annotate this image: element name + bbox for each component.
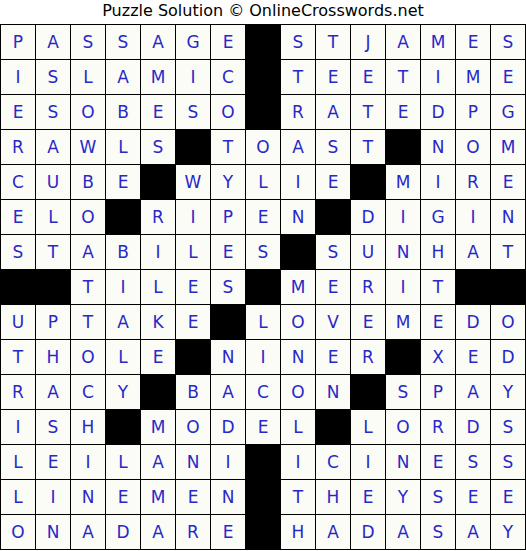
- grid-cell: P: [1, 25, 35, 59]
- grid-cell: S: [36, 95, 70, 129]
- grid-cell: O: [386, 410, 420, 444]
- grid-cell: E: [351, 480, 385, 514]
- grid-cell: I: [1, 410, 35, 444]
- grid-cell: L: [141, 270, 175, 304]
- grid-cell: E: [106, 480, 140, 514]
- grid-cell: A: [106, 60, 140, 94]
- grid-cell: E: [246, 410, 280, 444]
- grid-cell: X: [421, 340, 455, 374]
- black-cell: [316, 200, 350, 234]
- grid-cell: E: [211, 515, 245, 549]
- grid-cell: T: [36, 235, 70, 269]
- black-cell: [491, 270, 525, 304]
- crossword-grid: PASSAGESTJAMESISLAMICTEETIMEESOBESORATED…: [0, 24, 526, 550]
- grid-cell: N: [211, 340, 245, 374]
- grid-cell: S: [491, 410, 525, 444]
- grid-cell: A: [36, 375, 70, 409]
- grid-cell: N: [386, 445, 420, 479]
- grid-cell: N: [316, 375, 350, 409]
- black-cell: [281, 235, 315, 269]
- grid-cell: E: [176, 480, 210, 514]
- grid-cell: D: [491, 340, 525, 374]
- grid-cell: E: [316, 60, 350, 94]
- grid-cell: N: [281, 340, 315, 374]
- grid-cell: L: [246, 165, 280, 199]
- grid-cell: I: [1, 60, 35, 94]
- grid-cell: A: [141, 515, 175, 549]
- grid-cell: S: [36, 60, 70, 94]
- grid-cell: O: [71, 340, 105, 374]
- grid-cell: S: [421, 515, 455, 549]
- grid-cell: N: [211, 480, 245, 514]
- grid-cell: I: [176, 60, 210, 94]
- grid-cell: I: [351, 445, 385, 479]
- grid-cell: G: [176, 25, 210, 59]
- grid-cell: D: [421, 95, 455, 129]
- grid-cell: N: [491, 200, 525, 234]
- grid-cell: R: [456, 165, 490, 199]
- black-cell: [246, 60, 280, 94]
- page-title: Puzzle Solution © OnlineCrosswords.net: [0, 0, 526, 24]
- grid-cell: A: [36, 130, 70, 164]
- grid-cell: B: [176, 375, 210, 409]
- grid-cell: U: [36, 165, 70, 199]
- grid-cell: R: [281, 95, 315, 129]
- grid-cell: P: [456, 95, 490, 129]
- grid-cell: A: [386, 515, 420, 549]
- grid-cell: E: [1, 95, 35, 129]
- grid-cell: M: [421, 25, 455, 59]
- grid-cell: E: [491, 165, 525, 199]
- grid-cell: C: [71, 375, 105, 409]
- black-cell: [386, 340, 420, 374]
- black-cell: [246, 95, 280, 129]
- grid-cell: S: [246, 235, 280, 269]
- black-cell: [456, 270, 490, 304]
- grid-cell: S: [281, 25, 315, 59]
- grid-cell: T: [1, 340, 35, 374]
- grid-cell: T: [351, 130, 385, 164]
- grid-cell: R: [421, 410, 455, 444]
- grid-cell: M: [281, 270, 315, 304]
- grid-cell: H: [36, 340, 70, 374]
- black-cell: [246, 270, 280, 304]
- black-cell: [246, 445, 280, 479]
- grid-cell: E: [176, 305, 210, 339]
- grid-cell: E: [176, 270, 210, 304]
- black-cell: [36, 270, 70, 304]
- grid-cell: B: [71, 165, 105, 199]
- grid-cell: C: [246, 375, 280, 409]
- grid-cell: E: [36, 445, 70, 479]
- grid-cell: S: [456, 445, 490, 479]
- grid-cell: H: [421, 235, 455, 269]
- grid-cell: A: [211, 375, 245, 409]
- black-cell: [176, 340, 210, 374]
- grid-cell: D: [211, 410, 245, 444]
- grid-cell: A: [106, 305, 140, 339]
- grid-cell: V: [316, 305, 350, 339]
- grid-cell: E: [316, 340, 350, 374]
- grid-cell: E: [491, 60, 525, 94]
- grid-cell: C: [211, 60, 245, 94]
- grid-cell: O: [281, 305, 315, 339]
- grid-cell: E: [211, 25, 245, 59]
- grid-cell: W: [71, 130, 105, 164]
- grid-cell: L: [1, 480, 35, 514]
- grid-cell: L: [1, 445, 35, 479]
- grid-cell: M: [386, 305, 420, 339]
- grid-cell: T: [71, 305, 105, 339]
- grid-cell: P: [211, 200, 245, 234]
- grid-cell: T: [281, 60, 315, 94]
- black-cell: [141, 375, 175, 409]
- grid-cell: N: [386, 235, 420, 269]
- grid-cell: B: [106, 235, 140, 269]
- grid-cell: E: [456, 25, 490, 59]
- grid-cell: B: [106, 95, 140, 129]
- grid-cell: D: [106, 515, 140, 549]
- black-cell: [106, 410, 140, 444]
- black-cell: [246, 480, 280, 514]
- grid-cell: L: [351, 410, 385, 444]
- grid-cell: H: [316, 480, 350, 514]
- black-cell: [246, 25, 280, 59]
- black-cell: [246, 515, 280, 549]
- grid-cell: M: [456, 60, 490, 94]
- grid-cell: S: [421, 480, 455, 514]
- grid-cell: L: [246, 305, 280, 339]
- grid-cell: L: [281, 410, 315, 444]
- grid-cell: A: [71, 515, 105, 549]
- grid-cell: Y: [491, 375, 525, 409]
- grid-cell: I: [281, 165, 315, 199]
- grid-cell: N: [281, 200, 315, 234]
- black-cell: [1, 270, 35, 304]
- grid-cell: M: [491, 130, 525, 164]
- grid-cell: D: [456, 305, 490, 339]
- grid-cell: K: [141, 305, 175, 339]
- grid-cell: L: [106, 340, 140, 374]
- grid-cell: Y: [386, 480, 420, 514]
- grid-cell: S: [211, 270, 245, 304]
- black-cell: [316, 410, 350, 444]
- grid-cell: J: [351, 25, 385, 59]
- black-cell: [386, 130, 420, 164]
- grid-cell: I: [386, 270, 420, 304]
- grid-cell: L: [176, 235, 210, 269]
- grid-cell: G: [491, 95, 525, 129]
- grid-cell: S: [141, 130, 175, 164]
- grid-cell: C: [1, 165, 35, 199]
- grid-cell: O: [491, 305, 525, 339]
- grid-cell: A: [316, 515, 350, 549]
- grid-cell: A: [456, 235, 490, 269]
- grid-cell: A: [71, 235, 105, 269]
- grid-cell: L: [106, 130, 140, 164]
- grid-cell: E: [211, 235, 245, 269]
- grid-cell: A: [456, 515, 490, 549]
- grid-cell: E: [491, 480, 525, 514]
- grid-cell: T: [281, 480, 315, 514]
- grid-cell: U: [351, 235, 385, 269]
- grid-cell: I: [421, 165, 455, 199]
- grid-cell: T: [351, 95, 385, 129]
- grid-cell: L: [71, 60, 105, 94]
- grid-cell: E: [351, 60, 385, 94]
- black-cell: [351, 165, 385, 199]
- grid-cell: S: [36, 410, 70, 444]
- black-cell: [106, 200, 140, 234]
- grid-cell: N: [71, 480, 105, 514]
- grid-cell: E: [141, 340, 175, 374]
- grid-cell: I: [71, 445, 105, 479]
- black-cell: [351, 375, 385, 409]
- grid-cell: D: [351, 515, 385, 549]
- grid-cell: S: [491, 445, 525, 479]
- black-cell: [176, 130, 210, 164]
- grid-cell: O: [246, 130, 280, 164]
- grid-cell: E: [456, 340, 490, 374]
- grid-cell: D: [351, 200, 385, 234]
- grid-cell: O: [71, 95, 105, 129]
- grid-cell: I: [386, 200, 420, 234]
- grid-cell: S: [316, 130, 350, 164]
- grid-cell: A: [36, 25, 70, 59]
- grid-cell: I: [421, 60, 455, 94]
- grid-cell: O: [1, 515, 35, 549]
- grid-cell: M: [386, 165, 420, 199]
- grid-cell: R: [351, 270, 385, 304]
- grid-cell: A: [386, 25, 420, 59]
- grid-cell: O: [71, 200, 105, 234]
- grid-cell: S: [106, 25, 140, 59]
- grid-cell: I: [36, 480, 70, 514]
- grid-cell: L: [36, 200, 70, 234]
- grid-cell: T: [491, 235, 525, 269]
- grid-cell: S: [316, 235, 350, 269]
- grid-cell: U: [1, 305, 35, 339]
- grid-cell: E: [316, 270, 350, 304]
- grid-cell: E: [456, 480, 490, 514]
- grid-cell: S: [491, 25, 525, 59]
- grid-cell: W: [176, 165, 210, 199]
- grid-cell: T: [211, 130, 245, 164]
- grid-cell: S: [71, 25, 105, 59]
- grid-cell: T: [71, 270, 105, 304]
- grid-cell: D: [456, 410, 490, 444]
- grid-cell: N: [176, 445, 210, 479]
- grid-cell: M: [141, 60, 175, 94]
- grid-cell: S: [386, 375, 420, 409]
- grid-cell: A: [141, 25, 175, 59]
- grid-cell: G: [421, 200, 455, 234]
- grid-cell: P: [36, 305, 70, 339]
- grid-cell: O: [456, 130, 490, 164]
- grid-cell: E: [246, 200, 280, 234]
- grid-cell: C: [316, 445, 350, 479]
- grid-cell: T: [316, 25, 350, 59]
- grid-cell: S: [1, 235, 35, 269]
- grid-cell: I: [281, 445, 315, 479]
- grid-cell: R: [351, 340, 385, 374]
- grid-cell: E: [386, 95, 420, 129]
- grid-cell: Y: [491, 515, 525, 549]
- grid-cell: T: [421, 270, 455, 304]
- grid-cell: O: [211, 95, 245, 129]
- grid-cell: L: [106, 445, 140, 479]
- grid-cell: R: [1, 130, 35, 164]
- grid-cell: E: [1, 200, 35, 234]
- grid-cell: T: [386, 60, 420, 94]
- grid-cell: I: [106, 270, 140, 304]
- grid-cell: O: [176, 410, 210, 444]
- black-cell: [141, 165, 175, 199]
- black-cell: [211, 305, 245, 339]
- grid-cell: N: [421, 130, 455, 164]
- grid-cell: E: [421, 305, 455, 339]
- grid-cell: E: [421, 445, 455, 479]
- grid-cell: I: [211, 445, 245, 479]
- grid-cell: R: [1, 375, 35, 409]
- grid-cell: N: [36, 515, 70, 549]
- grid-cell: R: [141, 200, 175, 234]
- grid-cell: M: [141, 410, 175, 444]
- grid-cell: E: [141, 95, 175, 129]
- grid-cell: I: [176, 200, 210, 234]
- grid-cell: A: [281, 130, 315, 164]
- grid-cell: E: [351, 305, 385, 339]
- grid-cell: I: [246, 340, 280, 374]
- grid-cell: Y: [211, 165, 245, 199]
- grid-cell: H: [281, 515, 315, 549]
- grid-cell: I: [141, 235, 175, 269]
- grid-cell: A: [316, 95, 350, 129]
- grid-cell: R: [176, 515, 210, 549]
- grid-cell: Y: [106, 375, 140, 409]
- grid-cell: E: [316, 165, 350, 199]
- grid-cell: I: [456, 200, 490, 234]
- grid-cell: S: [176, 95, 210, 129]
- grid-cell: A: [141, 445, 175, 479]
- grid-cell: H: [71, 410, 105, 444]
- grid-cell: P: [421, 375, 455, 409]
- grid-cell: A: [456, 375, 490, 409]
- grid-cell: M: [141, 480, 175, 514]
- grid-cell: E: [106, 165, 140, 199]
- grid-cell: O: [281, 375, 315, 409]
